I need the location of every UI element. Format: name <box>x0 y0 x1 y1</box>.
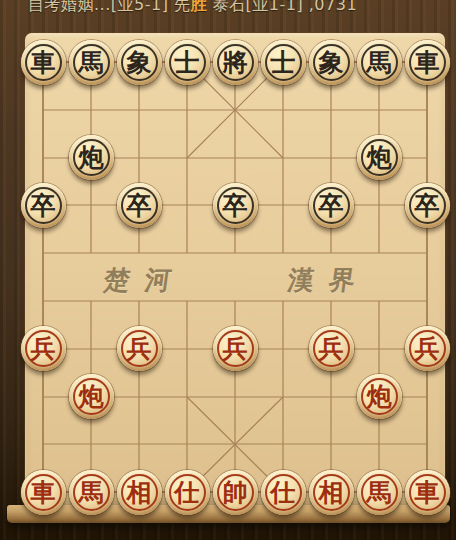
piece-glyph: 卒 <box>405 183 450 228</box>
piece-black-elephant[interactable]: 象 <box>309 40 354 85</box>
piece-glyph: 士 <box>261 40 306 85</box>
piece-red-chariot[interactable]: 車 <box>405 470 450 515</box>
piece-black-horse[interactable]: 馬 <box>69 40 114 85</box>
piece-red-cannon[interactable]: 炮 <box>357 374 402 419</box>
piece-red-horse[interactable]: 馬 <box>357 470 402 515</box>
piece-black-horse[interactable]: 馬 <box>357 40 402 85</box>
piece-red-chariot[interactable]: 車 <box>21 470 66 515</box>
piece-black-soldier[interactable]: 卒 <box>309 183 354 228</box>
piece-black-elephant[interactable]: 象 <box>117 40 162 85</box>
piece-glyph: 卒 <box>21 183 66 228</box>
piece-glyph: 兵 <box>309 326 354 371</box>
piece-glyph: 炮 <box>69 135 114 180</box>
piece-red-soldier[interactable]: 兵 <box>405 326 450 371</box>
piece-glyph: 帥 <box>213 470 258 515</box>
piece-black-cannon[interactable]: 炮 <box>69 135 114 180</box>
piece-glyph: 士 <box>165 40 210 85</box>
piece-black-advisor[interactable]: 士 <box>261 40 306 85</box>
piece-glyph: 卒 <box>117 183 162 228</box>
piece-glyph: 兵 <box>117 326 162 371</box>
piece-black-soldier[interactable]: 卒 <box>213 183 258 228</box>
piece-glyph: 仕 <box>261 470 306 515</box>
piece-glyph: 兵 <box>405 326 450 371</box>
piece-black-cannon[interactable]: 炮 <box>357 135 402 180</box>
piece-glyph: 炮 <box>357 135 402 180</box>
piece-glyph: 卒 <box>309 183 354 228</box>
piece-glyph: 卒 <box>213 183 258 228</box>
piece-red-soldier[interactable]: 兵 <box>117 326 162 371</box>
piece-red-elephant[interactable]: 相 <box>117 470 162 515</box>
piece-glyph: 炮 <box>357 374 402 419</box>
piece-glyph: 馬 <box>357 40 402 85</box>
piece-red-cannon[interactable]: 炮 <box>69 374 114 419</box>
piece-black-soldier[interactable]: 卒 <box>117 183 162 228</box>
piece-glyph: 象 <box>309 40 354 85</box>
piece-glyph: 仕 <box>165 470 210 515</box>
piece-glyph: 車 <box>405 470 450 515</box>
pieces-layer: 車馬象士將士象馬車炮炮卒卒卒卒卒兵兵兵兵兵炮炮車馬相仕帥仕相馬車 <box>0 0 456 540</box>
piece-red-advisor[interactable]: 仕 <box>165 470 210 515</box>
piece-glyph: 炮 <box>69 374 114 419</box>
piece-black-chariot[interactable]: 車 <box>405 40 450 85</box>
piece-glyph: 相 <box>117 470 162 515</box>
piece-glyph: 馬 <box>357 470 402 515</box>
piece-glyph: 兵 <box>213 326 258 371</box>
piece-black-general[interactable]: 將 <box>213 40 258 85</box>
piece-glyph: 馬 <box>69 40 114 85</box>
piece-red-soldier[interactable]: 兵 <box>213 326 258 371</box>
piece-glyph: 將 <box>213 40 258 85</box>
piece-red-elephant[interactable]: 相 <box>309 470 354 515</box>
piece-black-advisor[interactable]: 士 <box>165 40 210 85</box>
piece-glyph: 車 <box>21 40 66 85</box>
piece-red-horse[interactable]: 馬 <box>69 470 114 515</box>
piece-glyph: 相 <box>309 470 354 515</box>
piece-glyph: 馬 <box>69 470 114 515</box>
piece-black-soldier[interactable]: 卒 <box>405 183 450 228</box>
piece-red-soldier[interactable]: 兵 <box>309 326 354 371</box>
piece-black-soldier[interactable]: 卒 <box>21 183 66 228</box>
piece-red-advisor[interactable]: 仕 <box>261 470 306 515</box>
piece-glyph: 車 <box>405 40 450 85</box>
piece-glyph: 車 <box>21 470 66 515</box>
piece-red-soldier[interactable]: 兵 <box>21 326 66 371</box>
piece-red-general[interactable]: 帥 <box>213 470 258 515</box>
piece-glyph: 象 <box>117 40 162 85</box>
piece-glyph: 兵 <box>21 326 66 371</box>
piece-black-chariot[interactable]: 車 <box>21 40 66 85</box>
